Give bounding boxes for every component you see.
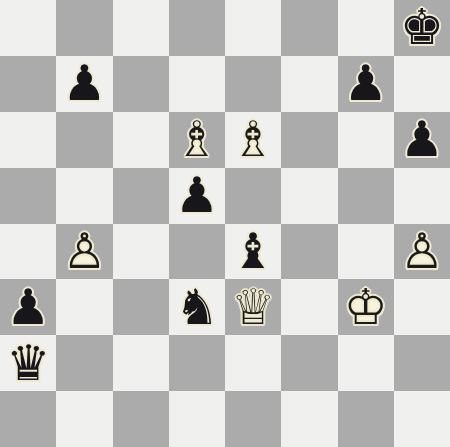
square-a1[interactable] xyxy=(0,391,56,447)
white-pawn-outline: ♙ xyxy=(56,224,112,280)
white-bishop-glyph: ♝ xyxy=(169,112,225,168)
black-knight[interactable]: ♞ xyxy=(169,279,225,335)
black-pawn-glyph: ♟ xyxy=(338,56,394,112)
square-f5[interactable] xyxy=(281,168,337,224)
square-c6[interactable] xyxy=(113,112,169,168)
white-bishop-outline: ♗ xyxy=(169,112,225,168)
white-queen-glyph: ♛ xyxy=(225,279,281,335)
square-h1[interactable] xyxy=(394,391,450,447)
square-h7[interactable] xyxy=(394,56,450,112)
square-h2[interactable] xyxy=(394,335,450,391)
square-f7[interactable] xyxy=(281,56,337,112)
square-f8[interactable] xyxy=(281,0,337,56)
square-a7[interactable] xyxy=(0,56,56,112)
square-c7[interactable] xyxy=(113,56,169,112)
square-e8[interactable] xyxy=(225,0,281,56)
square-g4[interactable] xyxy=(338,224,394,280)
square-d3[interactable]: ♞ xyxy=(169,279,225,335)
white-pawn-glyph: ♟ xyxy=(394,224,450,280)
chess-board: ♚♟♟♝♗♝♗♟♟♟♙♝♟♙♟♞♛♕♚♔♛ xyxy=(0,0,450,447)
square-g1[interactable] xyxy=(338,391,394,447)
square-g5[interactable] xyxy=(338,168,394,224)
square-f6[interactable] xyxy=(281,112,337,168)
square-a6[interactable] xyxy=(0,112,56,168)
square-e6[interactable]: ♝♗ xyxy=(225,112,281,168)
square-f3[interactable] xyxy=(281,279,337,335)
square-g3[interactable]: ♚♔ xyxy=(338,279,394,335)
white-bishop-outline: ♗ xyxy=(225,112,281,168)
black-king[interactable]: ♚ xyxy=(394,0,450,56)
square-b2[interactable] xyxy=(56,335,112,391)
black-pawn-glyph: ♟ xyxy=(0,279,56,335)
white-king-outline: ♔ xyxy=(338,279,394,335)
square-h5[interactable] xyxy=(394,168,450,224)
square-f1[interactable] xyxy=(281,391,337,447)
square-a3[interactable]: ♟ xyxy=(0,279,56,335)
black-bishop[interactable]: ♝ xyxy=(225,224,281,280)
square-c5[interactable] xyxy=(113,168,169,224)
square-b7[interactable]: ♟ xyxy=(56,56,112,112)
black-pawn[interactable]: ♟ xyxy=(56,56,112,112)
square-d5[interactable]: ♟ xyxy=(169,168,225,224)
white-king[interactable]: ♚♔ xyxy=(338,279,394,335)
square-g7[interactable]: ♟ xyxy=(338,56,394,112)
square-d2[interactable] xyxy=(169,335,225,391)
black-pawn[interactable]: ♟ xyxy=(394,112,450,168)
square-e2[interactable] xyxy=(225,335,281,391)
square-b4[interactable]: ♟♙ xyxy=(56,224,112,280)
square-c3[interactable] xyxy=(113,279,169,335)
white-bishop[interactable]: ♝♗ xyxy=(225,112,281,168)
white-queen-outline: ♕ xyxy=(225,279,281,335)
square-e4[interactable]: ♝ xyxy=(225,224,281,280)
square-e5[interactable] xyxy=(225,168,281,224)
square-d6[interactable]: ♝♗ xyxy=(169,112,225,168)
square-d4[interactable] xyxy=(169,224,225,280)
square-c2[interactable] xyxy=(113,335,169,391)
square-a5[interactable] xyxy=(0,168,56,224)
square-c8[interactable] xyxy=(113,0,169,56)
white-pawn-glyph: ♟ xyxy=(56,224,112,280)
white-pawn[interactable]: ♟♙ xyxy=(394,224,450,280)
square-b5[interactable] xyxy=(56,168,112,224)
white-pawn[interactable]: ♟♙ xyxy=(56,224,112,280)
square-b3[interactable] xyxy=(56,279,112,335)
square-a4[interactable] xyxy=(0,224,56,280)
black-pawn-glyph: ♟ xyxy=(394,112,450,168)
square-b6[interactable] xyxy=(56,112,112,168)
square-a2[interactable]: ♛ xyxy=(0,335,56,391)
black-queen[interactable]: ♛ xyxy=(0,335,56,391)
square-h8[interactable]: ♚ xyxy=(394,0,450,56)
square-g2[interactable] xyxy=(338,335,394,391)
square-b1[interactable] xyxy=(56,391,112,447)
black-pawn-glyph: ♟ xyxy=(56,56,112,112)
white-queen[interactable]: ♛♕ xyxy=(225,279,281,335)
square-f2[interactable] xyxy=(281,335,337,391)
white-bishop[interactable]: ♝♗ xyxy=(169,112,225,168)
square-f4[interactable] xyxy=(281,224,337,280)
square-d8[interactable] xyxy=(169,0,225,56)
white-bishop-glyph: ♝ xyxy=(225,112,281,168)
black-pawn[interactable]: ♟ xyxy=(338,56,394,112)
black-pawn[interactable]: ♟ xyxy=(0,279,56,335)
square-d1[interactable] xyxy=(169,391,225,447)
square-e7[interactable] xyxy=(225,56,281,112)
black-bishop-glyph: ♝ xyxy=(225,224,281,280)
square-h6[interactable]: ♟ xyxy=(394,112,450,168)
square-b8[interactable] xyxy=(56,0,112,56)
square-a8[interactable] xyxy=(0,0,56,56)
square-c4[interactable] xyxy=(113,224,169,280)
square-e3[interactable]: ♛♕ xyxy=(225,279,281,335)
white-king-glyph: ♚ xyxy=(338,279,394,335)
black-pawn-glyph: ♟ xyxy=(169,168,225,224)
white-pawn-outline: ♙ xyxy=(394,224,450,280)
square-g8[interactable] xyxy=(338,0,394,56)
square-c1[interactable] xyxy=(113,391,169,447)
square-e1[interactable] xyxy=(225,391,281,447)
square-h4[interactable]: ♟♙ xyxy=(394,224,450,280)
square-g6[interactable] xyxy=(338,112,394,168)
black-king-glyph: ♚ xyxy=(394,0,450,56)
square-h3[interactable] xyxy=(394,279,450,335)
black-knight-glyph: ♞ xyxy=(169,279,225,335)
black-pawn[interactable]: ♟ xyxy=(169,168,225,224)
black-queen-glyph: ♛ xyxy=(0,335,56,391)
square-d7[interactable] xyxy=(169,56,225,112)
